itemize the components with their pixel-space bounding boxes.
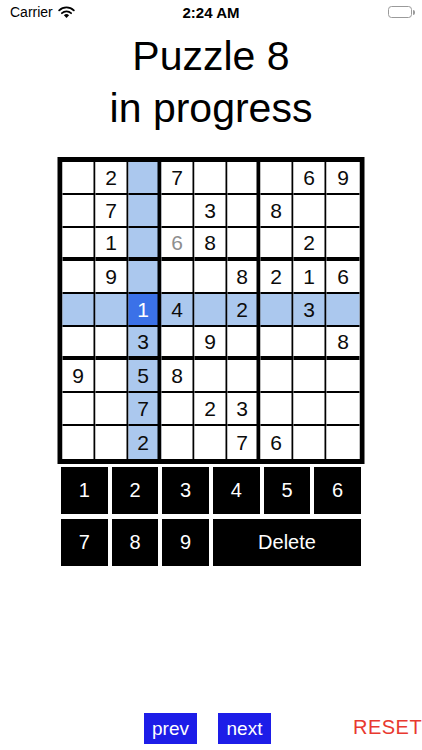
sudoku-cell-r4c6[interactable]: 8	[228, 261, 261, 294]
sudoku-cell-r6c5[interactable]: 9	[195, 327, 228, 360]
sudoku-cell-r6c4[interactable]	[162, 327, 195, 360]
sudoku-cell-r2c5[interactable]: 3	[195, 195, 228, 228]
sudoku-cell-r3c4[interactable]: 6	[162, 228, 195, 261]
sudoku-cell-r3c6[interactable]	[228, 228, 261, 261]
keypad-button-8[interactable]: 8	[112, 519, 159, 566]
sudoku-cell-r2c4[interactable]	[162, 195, 195, 228]
page-title: Puzzle 8 in progress	[0, 30, 422, 134]
sudoku-cell-r4c7[interactable]: 2	[261, 261, 294, 294]
sudoku-cell-r9c5[interactable]	[195, 426, 228, 459]
sudoku-cell-r8c9[interactable]	[327, 393, 360, 426]
sudoku-cell-r7c6[interactable]	[228, 360, 261, 393]
sudoku-cell-r7c2[interactable]	[96, 360, 129, 393]
sudoku-cell-r9c1[interactable]	[63, 426, 96, 459]
prev-button[interactable]: prev	[144, 713, 197, 744]
sudoku-cell-r5c5[interactable]	[195, 294, 228, 327]
sudoku-cell-r2c1[interactable]	[63, 195, 96, 228]
sudoku-cell-r9c6[interactable]: 7	[228, 426, 261, 459]
sudoku-cell-r9c7[interactable]: 6	[261, 426, 294, 459]
sudoku-cell-r5c6[interactable]: 2	[228, 294, 261, 327]
sudoku-cell-r8c3[interactable]: 7	[129, 393, 162, 426]
sudoku-cell-r1c7[interactable]	[261, 162, 294, 195]
sudoku-board: 27697381682982161423398958723276	[58, 157, 365, 464]
sudoku-cell-r5c2[interactable]	[96, 294, 129, 327]
sudoku-cell-r7c9[interactable]	[327, 360, 360, 393]
page-title-line1: Puzzle 8	[0, 30, 422, 82]
sudoku-cell-r4c9[interactable]: 6	[327, 261, 360, 294]
page-title-line2: in progress	[0, 82, 422, 134]
sudoku-cell-r8c4[interactable]	[162, 393, 195, 426]
sudoku-cell-r5c7[interactable]	[261, 294, 294, 327]
sudoku-cell-r6c9[interactable]: 8	[327, 327, 360, 360]
sudoku-cell-r7c3[interactable]: 5	[129, 360, 162, 393]
sudoku-cell-r1c4[interactable]: 7	[162, 162, 195, 195]
sudoku-cell-r2c9[interactable]	[327, 195, 360, 228]
sudoku-cell-r3c3[interactable]	[129, 228, 162, 261]
sudoku-cell-r4c3[interactable]	[129, 261, 162, 294]
wifi-icon	[58, 6, 75, 19]
keypad-button-7[interactable]: 7	[61, 519, 108, 566]
sudoku-cell-r4c4[interactable]	[162, 261, 195, 294]
sudoku-cell-r5c3[interactable]: 1	[129, 294, 162, 327]
sudoku-cell-r6c1[interactable]	[63, 327, 96, 360]
keypad-button-4[interactable]: 4	[213, 467, 260, 514]
sudoku-cell-r2c3[interactable]	[129, 195, 162, 228]
sudoku-cell-r2c2[interactable]: 7	[96, 195, 129, 228]
sudoku-cell-r8c1[interactable]	[63, 393, 96, 426]
sudoku-cell-r3c1[interactable]	[63, 228, 96, 261]
sudoku-cell-r9c2[interactable]	[96, 426, 129, 459]
clock: 2:24 AM	[130, 4, 292, 21]
carrier-label: Carrier	[10, 4, 53, 20]
sudoku-cell-r8c6[interactable]: 3	[228, 393, 261, 426]
sudoku-cell-r1c2[interactable]: 2	[96, 162, 129, 195]
sudoku-cell-r5c1[interactable]	[63, 294, 96, 327]
app-screen: Carrier 2:24 AM Puzzle 8 in progress 276…	[0, 0, 422, 750]
sudoku-cell-r8c7[interactable]	[261, 393, 294, 426]
sudoku-cell-r1c5[interactable]	[195, 162, 228, 195]
status-bar: Carrier 2:24 AM	[0, 0, 422, 24]
sudoku-cell-r9c3[interactable]: 2	[129, 426, 162, 459]
sudoku-cell-r2c7[interactable]: 8	[261, 195, 294, 228]
sudoku-cell-r9c9[interactable]	[327, 426, 360, 459]
sudoku-cell-r3c8[interactable]: 2	[294, 228, 327, 261]
next-button[interactable]: next	[218, 713, 271, 744]
number-keypad: 1 2 3 4 5 6 7 8 9 Delete	[61, 467, 361, 566]
sudoku-cell-r3c5[interactable]: 8	[195, 228, 228, 261]
keypad-button-9[interactable]: 9	[162, 519, 209, 566]
sudoku-cell-r5c4[interactable]: 4	[162, 294, 195, 327]
sudoku-cell-r9c8[interactable]	[294, 426, 327, 459]
sudoku-cell-r1c1[interactable]	[63, 162, 96, 195]
sudoku-cell-r1c9[interactable]: 9	[327, 162, 360, 195]
battery-icon	[388, 6, 412, 18]
sudoku-cell-r2c6[interactable]	[228, 195, 261, 228]
sudoku-cell-r8c8[interactable]	[294, 393, 327, 426]
sudoku-cell-r7c4[interactable]: 8	[162, 360, 195, 393]
keypad-button-1[interactable]: 1	[61, 467, 108, 514]
sudoku-cell-r8c5[interactable]: 2	[195, 393, 228, 426]
sudoku-cell-r1c6[interactable]	[228, 162, 261, 195]
sudoku-cell-r3c7[interactable]	[261, 228, 294, 261]
sudoku-cell-r4c2[interactable]: 9	[96, 261, 129, 294]
sudoku-cell-r5c9[interactable]	[327, 294, 360, 327]
sudoku-cell-r2c8[interactable]	[294, 195, 327, 228]
sudoku-cell-r7c7[interactable]	[261, 360, 294, 393]
sudoku-cell-r9c4[interactable]	[162, 426, 195, 459]
sudoku-cell-r6c7[interactable]	[261, 327, 294, 360]
keypad-button-3[interactable]: 3	[162, 467, 209, 514]
sudoku-cell-r6c2[interactable]	[96, 327, 129, 360]
sudoku-cell-r4c1[interactable]	[63, 261, 96, 294]
sudoku-cell-r8c2[interactable]	[96, 393, 129, 426]
keypad-button-5[interactable]: 5	[264, 467, 311, 514]
sudoku-cell-r3c9[interactable]	[327, 228, 360, 261]
sudoku-cell-r6c3[interactable]: 3	[129, 327, 162, 360]
sudoku-cell-r6c8[interactable]	[294, 327, 327, 360]
sudoku-cell-r3c2[interactable]: 1	[96, 228, 129, 261]
sudoku-cell-r4c5[interactable]	[195, 261, 228, 294]
sudoku-cell-r5c8[interactable]: 3	[294, 294, 327, 327]
sudoku-cell-r6c6[interactable]	[228, 327, 261, 360]
sudoku-cell-r1c3[interactable]	[129, 162, 162, 195]
keypad-button-delete[interactable]: Delete	[213, 519, 361, 566]
reset-button[interactable]: RESET	[353, 716, 405, 739]
keypad-button-6[interactable]: 6	[314, 467, 361, 514]
sudoku-cell-r7c5[interactable]	[195, 360, 228, 393]
sudoku-cell-r7c1[interactable]: 9	[63, 360, 96, 393]
sudoku-cell-r4c8[interactable]: 1	[294, 261, 327, 294]
sudoku-cell-r7c8[interactable]	[294, 360, 327, 393]
sudoku-cell-r1c8[interactable]: 6	[294, 162, 327, 195]
keypad-button-2[interactable]: 2	[112, 467, 159, 514]
